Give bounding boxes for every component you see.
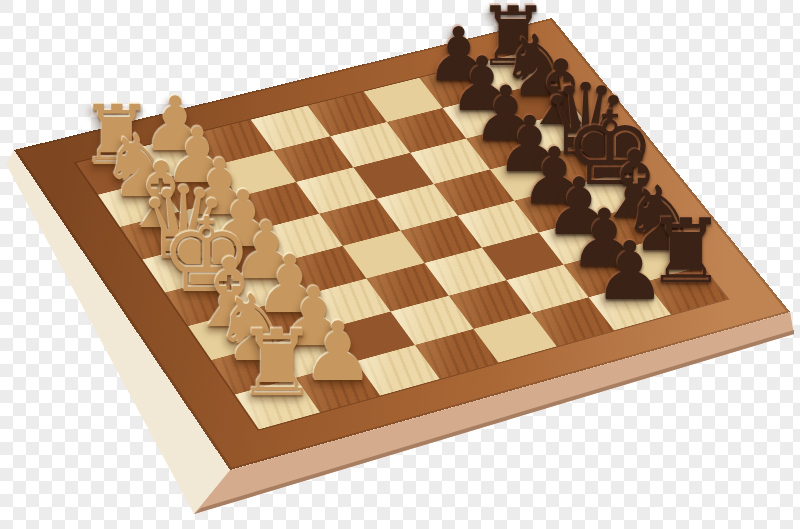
- piece-black-pawn-h7[interactable]: ♟: [593, 231, 666, 312]
- transparency-background: ♜♞♝♛♚♝♞♜♟♟♟♟♟♟♟♟♟♟♟♟♟♟♟♟♜♞♝♛♚♝♞♜: [0, 0, 800, 529]
- piece-white-rook-h1[interactable]: ♜: [237, 318, 319, 409]
